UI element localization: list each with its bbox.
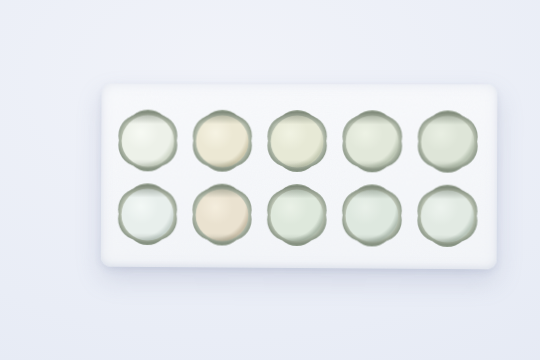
egg-r2c3 bbox=[266, 184, 328, 246]
egg-r1c3 bbox=[266, 110, 328, 172]
egg-r1c5 bbox=[416, 110, 479, 172]
hole-shading bbox=[193, 111, 252, 170]
egg-r1c2 bbox=[191, 110, 253, 172]
egg-grid bbox=[117, 110, 479, 248]
egg-cutout-svg bbox=[117, 183, 179, 245]
egg-cutout-svg bbox=[191, 184, 253, 246]
hole-shading bbox=[342, 186, 402, 246]
hole-shading bbox=[418, 112, 478, 172]
hole-shading bbox=[192, 185, 251, 244]
egg-r2c5 bbox=[416, 185, 479, 248]
egg-cutout-svg bbox=[341, 110, 404, 172]
egg-r2c2 bbox=[191, 184, 253, 246]
hole-shading bbox=[417, 186, 477, 246]
egg-r2c1 bbox=[117, 183, 179, 245]
egg-r2c4 bbox=[341, 184, 404, 246]
hole-shading bbox=[267, 185, 327, 245]
egg-cutout-svg bbox=[266, 184, 328, 246]
egg-cutout-svg bbox=[416, 110, 479, 172]
hole-shading bbox=[267, 111, 327, 170]
egg-cutout-svg bbox=[341, 184, 404, 246]
egg-cutout-svg bbox=[416, 185, 479, 248]
foam-tray bbox=[101, 84, 498, 270]
egg-cutout-svg bbox=[191, 110, 253, 172]
egg-cutout-svg bbox=[117, 110, 179, 172]
photo-scene bbox=[0, 0, 540, 360]
egg-r1c1 bbox=[117, 110, 179, 172]
hole-shading bbox=[118, 111, 177, 170]
hole-shading bbox=[118, 185, 177, 244]
egg-cutout-svg bbox=[266, 110, 328, 172]
hole-shading bbox=[342, 111, 402, 171]
egg-r1c4 bbox=[341, 110, 404, 172]
